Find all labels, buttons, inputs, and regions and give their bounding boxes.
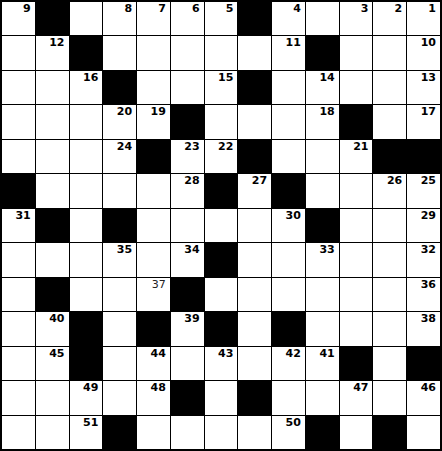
clue-number: 29 <box>421 209 436 222</box>
clue-number: 5 <box>226 2 234 15</box>
cell-r8c5[interactable] <box>137 243 170 276</box>
clue-number: 21 <box>353 140 368 153</box>
cell-r9c1[interactable] <box>2 278 35 311</box>
cell-r12c13[interactable]: 46 <box>407 381 440 414</box>
cell-r1c1[interactable]: 9 <box>2 2 35 35</box>
cell-r13c12 <box>373 416 406 449</box>
cell-r4c1[interactable] <box>2 105 35 138</box>
cell-r4c9[interactable] <box>272 105 305 138</box>
clue-number: 20 <box>117 105 132 118</box>
cell-r8c8[interactable] <box>238 243 271 276</box>
clue-number: 26 <box>387 174 402 187</box>
cell-r9c11[interactable] <box>340 278 373 311</box>
clue-number: 18 <box>319 105 334 118</box>
cell-r2c11[interactable] <box>340 36 373 69</box>
crossword-grid: 9876543211211101615141320191817242322212… <box>0 0 442 451</box>
cell-r2c13[interactable]: 10 <box>407 36 440 69</box>
cell-r1c5[interactable]: 7 <box>137 2 170 35</box>
clue-number: 22 <box>218 140 233 153</box>
cell-r5c2[interactable] <box>36 140 69 173</box>
cell-r10c1[interactable] <box>2 312 35 345</box>
clue-number: 16 <box>83 71 98 84</box>
cell-r9c5[interactable]: 37 <box>137 278 170 311</box>
cell-r9c3[interactable] <box>70 278 103 311</box>
cell-r9c4[interactable] <box>103 278 136 311</box>
clue-number: 11 <box>286 36 301 49</box>
cell-r1c11[interactable]: 3 <box>340 2 373 35</box>
cell-r6c11[interactable] <box>340 174 373 207</box>
cell-r13c11[interactable] <box>340 416 373 449</box>
cell-r13c8[interactable] <box>238 416 271 449</box>
clue-number: 31 <box>15 209 30 222</box>
cell-r13c6[interactable] <box>171 416 204 449</box>
clue-number: 40 <box>49 312 64 325</box>
cell-r11c9[interactable]: 42 <box>272 347 305 380</box>
cell-r7c8[interactable] <box>238 209 271 242</box>
cell-r7c13[interactable]: 29 <box>407 209 440 242</box>
cell-r10c3 <box>70 312 103 345</box>
clue-number: 46 <box>421 381 436 394</box>
cell-r10c7 <box>205 312 238 345</box>
cell-r4c13[interactable]: 17 <box>407 105 440 138</box>
clue-number: 13 <box>421 71 436 84</box>
cell-r11c7[interactable]: 43 <box>205 347 238 380</box>
clue-number: 44 <box>151 347 166 360</box>
cell-r12c10[interactable] <box>306 381 339 414</box>
clue-number: 51 <box>83 416 98 429</box>
cell-r13c10 <box>306 416 339 449</box>
cell-r6c6[interactable]: 28 <box>171 174 204 207</box>
cell-r5c1[interactable] <box>2 140 35 173</box>
cell-r8c6[interactable]: 34 <box>171 243 204 276</box>
cell-r5c7[interactable]: 22 <box>205 140 238 173</box>
cell-r11c6[interactable] <box>171 347 204 380</box>
cell-r10c4[interactable] <box>103 312 136 345</box>
cell-r5c3[interactable] <box>70 140 103 173</box>
cell-r1c13[interactable]: 1 <box>407 2 440 35</box>
cell-r7c9[interactable]: 30 <box>272 209 305 242</box>
cell-r8c1[interactable] <box>2 243 35 276</box>
cell-r13c9[interactable]: 50 <box>272 416 305 449</box>
clue-number: 7 <box>158 2 166 15</box>
cell-r9c8[interactable] <box>238 278 271 311</box>
cell-r5c8 <box>238 140 271 173</box>
cell-r4c2[interactable] <box>36 105 69 138</box>
cell-r1c3[interactable] <box>70 2 103 35</box>
clue-number: 48 <box>151 381 166 394</box>
cell-r13c2[interactable] <box>36 416 69 449</box>
cell-r1c7[interactable]: 5 <box>205 2 238 35</box>
cell-r11c3 <box>70 347 103 380</box>
cell-r9c7[interactable] <box>205 278 238 311</box>
cell-r10c11[interactable] <box>340 312 373 345</box>
cell-r6c7 <box>205 174 238 207</box>
clue-number: 28 <box>184 174 199 187</box>
cell-r2c6[interactable] <box>171 36 204 69</box>
cell-r3c9[interactable] <box>272 71 305 104</box>
cell-r9c2 <box>36 278 69 311</box>
cell-r6c3[interactable] <box>70 174 103 207</box>
cell-r2c12[interactable] <box>373 36 406 69</box>
cell-r6c4[interactable] <box>103 174 136 207</box>
cell-r8c10[interactable]: 33 <box>306 243 339 276</box>
cell-r1c8 <box>238 2 271 35</box>
cell-r12c8 <box>238 381 271 414</box>
clue-number: 41 <box>319 347 334 360</box>
cell-r6c2[interactable] <box>36 174 69 207</box>
clue-number: 47 <box>353 381 368 394</box>
cell-r9c13[interactable]: 36 <box>407 278 440 311</box>
clue-number: 24 <box>117 140 132 153</box>
cell-r11c5[interactable]: 44 <box>137 347 170 380</box>
clue-number: 23 <box>184 140 199 153</box>
cell-r8c3[interactable] <box>70 243 103 276</box>
cell-r5c6[interactable]: 23 <box>171 140 204 173</box>
cell-r11c8[interactable] <box>238 347 271 380</box>
cell-r2c7[interactable] <box>205 36 238 69</box>
cell-r7c12[interactable] <box>373 209 406 242</box>
clue-number: 30 <box>286 209 301 222</box>
cell-r10c12[interactable] <box>373 312 406 345</box>
cell-r7c6[interactable] <box>171 209 204 242</box>
clue-number: 19 <box>151 105 166 118</box>
clue-number: 50 <box>286 416 301 429</box>
cell-r3c12[interactable] <box>373 71 406 104</box>
cell-r8c9[interactable] <box>272 243 305 276</box>
cell-r10c9 <box>272 312 305 345</box>
cell-r4c8[interactable] <box>238 105 271 138</box>
cell-r13c1[interactable] <box>2 416 35 449</box>
cell-r3c8 <box>238 71 271 104</box>
cell-r5c4[interactable]: 24 <box>103 140 136 173</box>
cell-r3c4 <box>103 71 136 104</box>
cell-r7c4 <box>103 209 136 242</box>
cell-r9c6 <box>171 278 204 311</box>
cell-r10c8[interactable] <box>238 312 271 345</box>
cell-r12c4[interactable] <box>103 381 136 414</box>
cell-r2c8[interactable] <box>238 36 271 69</box>
cell-r3c3[interactable]: 16 <box>70 71 103 104</box>
clue-number: 32 <box>421 243 436 256</box>
cell-r4c10[interactable]: 18 <box>306 105 339 138</box>
cell-r5c10[interactable] <box>306 140 339 173</box>
cell-r8c2[interactable] <box>36 243 69 276</box>
cell-r1c6[interactable]: 6 <box>171 2 204 35</box>
cell-r9c10[interactable] <box>306 278 339 311</box>
cell-r5c5 <box>137 140 170 173</box>
cell-r3c6[interactable] <box>171 71 204 104</box>
cell-r11c11 <box>340 347 373 380</box>
clue-number: 10 <box>421 36 436 49</box>
cell-r6c9 <box>272 174 305 207</box>
clue-number: 42 <box>286 347 301 360</box>
cell-r1c10[interactable] <box>306 2 339 35</box>
cell-r7c5[interactable] <box>137 209 170 242</box>
clue-number: 2 <box>395 2 403 15</box>
cell-r10c10[interactable] <box>306 312 339 345</box>
cell-r1c9[interactable]: 4 <box>272 2 305 35</box>
clue-number: 45 <box>49 347 64 360</box>
clue-number: 37 <box>152 278 166 291</box>
cell-r4c12[interactable] <box>373 105 406 138</box>
clue-number: 6 <box>192 2 200 15</box>
cell-r6c12[interactable]: 26 <box>373 174 406 207</box>
cell-r12c2[interactable] <box>36 381 69 414</box>
cell-r3c10[interactable]: 14 <box>306 71 339 104</box>
clue-number: 34 <box>184 243 199 256</box>
cell-r3c5[interactable] <box>137 71 170 104</box>
cell-r11c12[interactable] <box>373 347 406 380</box>
clue-number: 1 <box>428 2 436 15</box>
cell-r5c9[interactable] <box>272 140 305 173</box>
cell-r6c8[interactable]: 27 <box>238 174 271 207</box>
cell-r11c10[interactable]: 41 <box>306 347 339 380</box>
cell-r9c9[interactable] <box>272 278 305 311</box>
clue-number: 49 <box>83 381 98 394</box>
clue-number: 43 <box>218 347 233 360</box>
cell-r4c6 <box>171 105 204 138</box>
cell-r7c7[interactable] <box>205 209 238 242</box>
cell-r10c6[interactable]: 39 <box>171 312 204 345</box>
cell-r1c2 <box>36 2 69 35</box>
cell-r8c4[interactable]: 35 <box>103 243 136 276</box>
clue-number: 12 <box>49 36 64 49</box>
cell-r2c1[interactable] <box>2 36 35 69</box>
clue-number: 3 <box>361 2 369 15</box>
cell-r3c13[interactable]: 13 <box>407 71 440 104</box>
cell-r3c1[interactable] <box>2 71 35 104</box>
cell-r13c4 <box>103 416 136 449</box>
clue-number: 38 <box>421 312 436 325</box>
cell-r11c2[interactable]: 45 <box>36 347 69 380</box>
cell-r1c12[interactable]: 2 <box>373 2 406 35</box>
cell-r12c11[interactable]: 47 <box>340 381 373 414</box>
cell-r4c3[interactable] <box>70 105 103 138</box>
cell-r12c6 <box>171 381 204 414</box>
cell-r6c13[interactable]: 25 <box>407 174 440 207</box>
clue-number: 36 <box>421 278 436 291</box>
cell-r5c12 <box>373 140 406 173</box>
cell-r7c2 <box>36 209 69 242</box>
clue-number: 39 <box>184 312 199 325</box>
cell-r4c5[interactable]: 19 <box>137 105 170 138</box>
cell-r7c11[interactable] <box>340 209 373 242</box>
cell-r11c13 <box>407 347 440 380</box>
cell-r13c5[interactable] <box>137 416 170 449</box>
cell-r8c11[interactable] <box>340 243 373 276</box>
cell-r2c3 <box>70 36 103 69</box>
cell-r2c9[interactable]: 11 <box>272 36 305 69</box>
cell-r8c7 <box>205 243 238 276</box>
cell-r12c12[interactable] <box>373 381 406 414</box>
cell-r5c13 <box>407 140 440 173</box>
cell-r1c4[interactable]: 8 <box>103 2 136 35</box>
clue-number: 15 <box>218 71 233 84</box>
cell-r7c1[interactable]: 31 <box>2 209 35 242</box>
cell-r10c2[interactable]: 40 <box>36 312 69 345</box>
cell-r5c11[interactable]: 21 <box>340 140 373 173</box>
cell-r6c5[interactable] <box>137 174 170 207</box>
cell-r6c1 <box>2 174 35 207</box>
clue-number: 35 <box>117 243 132 256</box>
clue-number: 25 <box>421 174 436 187</box>
cell-r2c10 <box>306 36 339 69</box>
cell-r13c13[interactable] <box>407 416 440 449</box>
cell-r2c2[interactable]: 12 <box>36 36 69 69</box>
clue-number: 17 <box>421 105 436 118</box>
cell-r13c3[interactable]: 51 <box>70 416 103 449</box>
cell-r2c5[interactable] <box>137 36 170 69</box>
cell-r3c7[interactable]: 15 <box>205 71 238 104</box>
clue-number: 8 <box>124 2 132 15</box>
cell-r4c4[interactable]: 20 <box>103 105 136 138</box>
cell-r13c7[interactable] <box>205 416 238 449</box>
cell-r9c12[interactable] <box>373 278 406 311</box>
cell-r10c5 <box>137 312 170 345</box>
cell-r8c12[interactable] <box>373 243 406 276</box>
cell-r12c7[interactable] <box>205 381 238 414</box>
cell-r12c1[interactable] <box>2 381 35 414</box>
cell-r3c11[interactable] <box>340 71 373 104</box>
cell-r11c1[interactable] <box>2 347 35 380</box>
cell-r12c9[interactable] <box>272 381 305 414</box>
cell-r10c13[interactable]: 38 <box>407 312 440 345</box>
cell-r8c13[interactable]: 32 <box>407 243 440 276</box>
cell-r12c5[interactable]: 48 <box>137 381 170 414</box>
cell-r3c2[interactable] <box>36 71 69 104</box>
cell-r2c4[interactable] <box>103 36 136 69</box>
clue-number: 33 <box>319 243 334 256</box>
clue-number: 4 <box>293 2 301 15</box>
cell-r7c10 <box>306 209 339 242</box>
clue-number: 14 <box>319 71 334 84</box>
cell-r7c3[interactable] <box>70 209 103 242</box>
cell-r4c11 <box>340 105 373 138</box>
cell-r11c4[interactable] <box>103 347 136 380</box>
clue-number: 27 <box>252 174 267 187</box>
cell-r12c3[interactable]: 49 <box>70 381 103 414</box>
cell-r4c7[interactable] <box>205 105 238 138</box>
clue-number: 9 <box>23 2 31 15</box>
cell-r6c10[interactable] <box>306 174 339 207</box>
